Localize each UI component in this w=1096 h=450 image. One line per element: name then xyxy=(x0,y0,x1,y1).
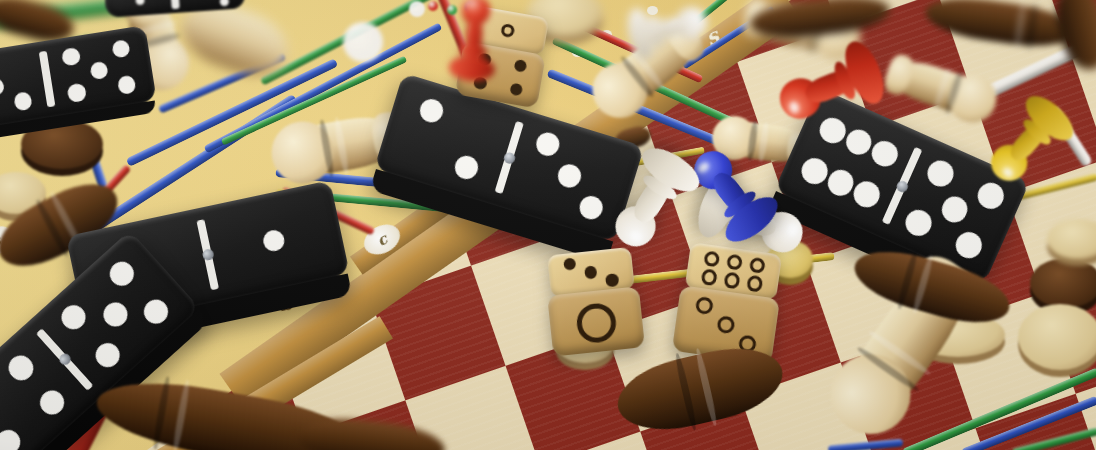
domino-pip xyxy=(577,193,606,222)
peg-ball-white xyxy=(409,1,425,17)
die-pip xyxy=(563,258,577,272)
domino-pip xyxy=(923,156,957,190)
domino-pip xyxy=(135,0,145,5)
domino-pip xyxy=(261,227,287,253)
domino-pip xyxy=(417,96,446,125)
die-pip xyxy=(575,302,617,344)
domino-pip xyxy=(89,61,109,81)
domino-pip xyxy=(533,130,562,159)
domino-pip xyxy=(139,294,173,328)
pawn-red-standing xyxy=(448,0,500,82)
domino-pip xyxy=(117,75,137,95)
pawn-highlight xyxy=(468,0,477,7)
die-pip xyxy=(584,266,598,280)
domino-pip xyxy=(868,137,902,171)
die-pip xyxy=(746,275,763,292)
board-games-photo: csesb xyxy=(0,0,1096,450)
domino-pip xyxy=(850,178,884,212)
die-pip xyxy=(701,269,718,286)
domino-pip xyxy=(220,0,230,6)
domino-pip xyxy=(952,228,986,262)
die-pip xyxy=(605,274,619,288)
marker-glyph: c xyxy=(374,229,391,249)
die-pip xyxy=(716,315,735,334)
die-pip xyxy=(513,59,527,73)
domino-pip xyxy=(35,384,69,418)
die-pip xyxy=(703,250,720,267)
domino-pip xyxy=(452,153,481,182)
die-pip xyxy=(500,24,515,39)
domino-pip xyxy=(67,83,87,103)
die-front-face xyxy=(547,287,645,357)
die-pip xyxy=(509,83,523,97)
peg-ball-red xyxy=(428,1,438,11)
domino-pip xyxy=(0,424,25,450)
domino-pip xyxy=(4,350,38,384)
domino-pip xyxy=(842,125,876,159)
die-pip xyxy=(724,272,741,289)
domino-divider xyxy=(170,0,180,9)
domino-pip xyxy=(98,297,132,331)
checker-piece-cream xyxy=(1047,219,1096,266)
domino-pip xyxy=(0,77,5,97)
checker-top xyxy=(1018,304,1096,370)
die-pip xyxy=(695,296,714,315)
domino-pip xyxy=(555,162,584,191)
domino-pip xyxy=(13,91,33,111)
domino-pip xyxy=(823,166,857,200)
domino-pip xyxy=(61,47,81,67)
domino-pip xyxy=(57,300,91,334)
domino-pip xyxy=(105,256,139,290)
pawn-base xyxy=(448,53,496,82)
domino-pip xyxy=(901,206,935,240)
domino-pip xyxy=(938,192,972,226)
domino-pip xyxy=(797,154,831,188)
domino-pip xyxy=(111,39,131,59)
die-pip xyxy=(726,254,743,271)
die-zero-three xyxy=(543,247,645,357)
checker-piece-cream xyxy=(1018,304,1096,377)
checker-top xyxy=(1047,219,1096,259)
peg-ball-white xyxy=(343,22,383,62)
domino-pip xyxy=(974,179,1008,213)
